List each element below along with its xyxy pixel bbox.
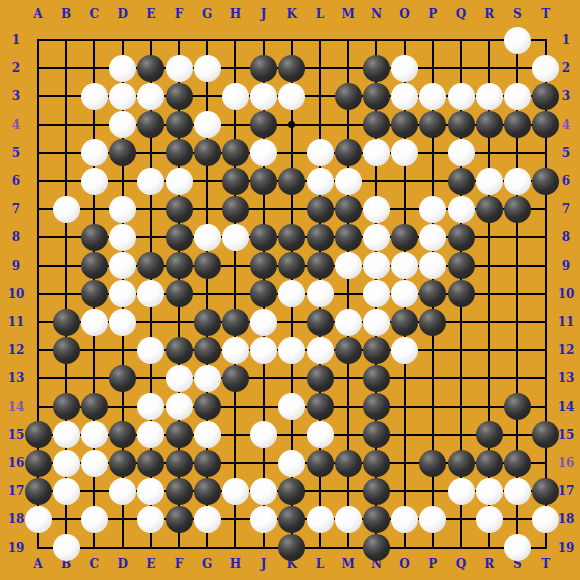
row-label-left-14: 14 — [6, 400, 26, 414]
white-stone-N8[interactable] — [363, 224, 390, 251]
white-stone-L12[interactable] — [307, 337, 334, 364]
black-stone-F15[interactable] — [166, 421, 193, 448]
row-label-right-4: 4 — [556, 118, 576, 132]
white-stone-C3[interactable] — [81, 83, 108, 110]
row-label-left-15: 15 — [6, 428, 26, 442]
black-stone-F9[interactable] — [166, 252, 193, 279]
black-stone-P4[interactable] — [419, 111, 446, 138]
black-stone-B12[interactable] — [53, 337, 80, 364]
black-stone-J8[interactable] — [250, 224, 277, 251]
row-label-left-19: 19 — [6, 541, 26, 555]
row-label-left-18: 18 — [6, 512, 26, 526]
row-label-left-13: 13 — [6, 371, 26, 385]
black-stone-D16[interactable] — [109, 450, 136, 477]
row-label-left-5: 5 — [6, 146, 26, 160]
black-stone-F10[interactable] — [166, 280, 193, 307]
white-stone-H17[interactable] — [222, 478, 249, 505]
black-stone-E16[interactable] — [137, 450, 164, 477]
black-stone-M3[interactable] — [335, 83, 362, 110]
black-stone-K18[interactable] — [278, 506, 305, 533]
white-stone-L10[interactable] — [307, 280, 334, 307]
black-stone-B11[interactable] — [53, 309, 80, 336]
black-stone-C8[interactable] — [81, 224, 108, 251]
white-stone-C16[interactable] — [81, 450, 108, 477]
col-label-top-Q: Q — [451, 7, 471, 21]
col-label-bottom-T: T — [536, 557, 556, 571]
white-stone-E15[interactable] — [137, 421, 164, 448]
white-stone-D2[interactable] — [109, 55, 136, 82]
col-label-top-B: B — [56, 7, 76, 21]
white-stone-C18[interactable] — [81, 506, 108, 533]
col-label-bottom-Q: Q — [451, 557, 471, 571]
black-stone-A16[interactable] — [25, 450, 52, 477]
white-stone-Q3[interactable] — [448, 83, 475, 110]
black-stone-S4[interactable] — [504, 111, 531, 138]
white-stone-E3[interactable] — [137, 83, 164, 110]
white-stone-S6[interactable] — [504, 168, 531, 195]
black-stone-N2[interactable] — [363, 55, 390, 82]
row-label-left-7: 7 — [6, 202, 26, 216]
row-label-right-15: 15 — [556, 428, 576, 442]
row-label-left-12: 12 — [6, 343, 26, 357]
white-stone-D7[interactable] — [109, 196, 136, 223]
black-stone-E4[interactable] — [137, 111, 164, 138]
white-stone-O9[interactable] — [391, 252, 418, 279]
white-stone-Q17[interactable] — [448, 478, 475, 505]
col-label-top-G: G — [197, 7, 217, 21]
black-stone-L11[interactable] — [307, 309, 334, 336]
row-label-left-1: 1 — [6, 33, 26, 47]
col-label-top-P: P — [423, 7, 443, 21]
black-stone-J6[interactable] — [250, 168, 277, 195]
row-label-right-12: 12 — [556, 343, 576, 357]
row-label-right-9: 9 — [556, 259, 576, 273]
black-stone-L16[interactable] — [307, 450, 334, 477]
row-label-right-7: 7 — [556, 202, 576, 216]
col-label-top-T: T — [536, 7, 556, 21]
white-stone-R18[interactable] — [476, 506, 503, 533]
black-stone-A17[interactable] — [25, 478, 52, 505]
black-stone-S7[interactable] — [504, 196, 531, 223]
black-stone-C14[interactable] — [81, 393, 108, 420]
black-stone-G14[interactable] — [194, 393, 221, 420]
black-stone-K2[interactable] — [278, 55, 305, 82]
row-label-left-11: 11 — [6, 315, 26, 329]
white-stone-M6[interactable] — [335, 168, 362, 195]
black-stone-F18[interactable] — [166, 506, 193, 533]
white-stone-J5[interactable] — [250, 139, 277, 166]
col-label-bottom-D: D — [113, 557, 133, 571]
black-stone-K8[interactable] — [278, 224, 305, 251]
black-stone-F16[interactable] — [166, 450, 193, 477]
white-stone-J3[interactable] — [250, 83, 277, 110]
black-stone-F5[interactable] — [166, 139, 193, 166]
black-stone-J10[interactable] — [250, 280, 277, 307]
col-label-bottom-R: R — [479, 557, 499, 571]
black-stone-J9[interactable] — [250, 252, 277, 279]
white-stone-H3[interactable] — [222, 83, 249, 110]
white-stone-M9[interactable] — [335, 252, 362, 279]
white-stone-E14[interactable] — [137, 393, 164, 420]
white-stone-J11[interactable] — [250, 309, 277, 336]
white-stone-D3[interactable] — [109, 83, 136, 110]
white-stone-F6[interactable] — [166, 168, 193, 195]
col-label-bottom-O: O — [395, 557, 415, 571]
black-stone-R16[interactable] — [476, 450, 503, 477]
white-stone-K12[interactable] — [278, 337, 305, 364]
black-stone-D13[interactable] — [109, 365, 136, 392]
black-stone-G5[interactable] — [194, 139, 221, 166]
white-stone-D8[interactable] — [109, 224, 136, 251]
black-stone-M12[interactable] — [335, 337, 362, 364]
white-stone-T2[interactable] — [532, 55, 559, 82]
white-stone-O2[interactable] — [391, 55, 418, 82]
white-stone-E18[interactable] — [137, 506, 164, 533]
black-stone-N13[interactable] — [363, 365, 390, 392]
row-label-left-3: 3 — [6, 89, 26, 103]
black-stone-H11[interactable] — [222, 309, 249, 336]
col-label-top-K: K — [282, 7, 302, 21]
col-label-bottom-C: C — [84, 557, 104, 571]
row-label-left-8: 8 — [6, 230, 26, 244]
col-label-bottom-A: A — [28, 557, 48, 571]
white-stone-S19[interactable] — [504, 534, 531, 561]
black-stone-S14[interactable] — [504, 393, 531, 420]
star-point-K4 — [288, 121, 295, 128]
black-stone-C9[interactable] — [81, 252, 108, 279]
white-stone-F14[interactable] — [166, 393, 193, 420]
black-stone-T15[interactable] — [532, 421, 559, 448]
black-stone-G16[interactable] — [194, 450, 221, 477]
white-stone-S17[interactable] — [504, 478, 531, 505]
col-label-top-C: C — [84, 7, 104, 21]
black-stone-P10[interactable] — [419, 280, 446, 307]
white-stone-N7[interactable] — [363, 196, 390, 223]
white-stone-G2[interactable] — [194, 55, 221, 82]
white-stone-B15[interactable] — [53, 421, 80, 448]
black-stone-F7[interactable] — [166, 196, 193, 223]
white-stone-G15[interactable] — [194, 421, 221, 448]
black-stone-R4[interactable] — [476, 111, 503, 138]
black-stone-P16[interactable] — [419, 450, 446, 477]
white-stone-J12[interactable] — [250, 337, 277, 364]
white-stone-Q5[interactable] — [448, 139, 475, 166]
black-stone-N17[interactable] — [363, 478, 390, 505]
black-stone-N18[interactable] — [363, 506, 390, 533]
row-label-right-1: 1 — [556, 33, 576, 47]
white-stone-L15[interactable] — [307, 421, 334, 448]
col-label-top-L: L — [310, 7, 330, 21]
black-stone-F12[interactable] — [166, 337, 193, 364]
col-label-top-J: J — [254, 7, 274, 21]
col-label-bottom-P: P — [423, 557, 443, 571]
white-stone-K16[interactable] — [278, 450, 305, 477]
white-stone-B16[interactable] — [53, 450, 80, 477]
black-stone-M5[interactable] — [335, 139, 362, 166]
black-stone-M16[interactable] — [335, 450, 362, 477]
white-stone-C5[interactable] — [81, 139, 108, 166]
white-stone-B7[interactable] — [53, 196, 80, 223]
black-stone-F8[interactable] — [166, 224, 193, 251]
white-stone-S3[interactable] — [504, 83, 531, 110]
row-label-left-10: 10 — [6, 287, 26, 301]
white-stone-T18[interactable] — [532, 506, 559, 533]
row-label-right-5: 5 — [556, 146, 576, 160]
col-label-top-M: M — [338, 7, 358, 21]
row-label-left-16: 16 — [6, 456, 26, 470]
white-stone-O5[interactable] — [391, 139, 418, 166]
white-stone-D10[interactable] — [109, 280, 136, 307]
white-stone-K14[interactable] — [278, 393, 305, 420]
white-stone-D17[interactable] — [109, 478, 136, 505]
black-stone-H6[interactable] — [222, 168, 249, 195]
black-stone-Q16[interactable] — [448, 450, 475, 477]
white-stone-E10[interactable] — [137, 280, 164, 307]
white-stone-O18[interactable] — [391, 506, 418, 533]
row-label-left-6: 6 — [6, 174, 26, 188]
black-stone-A15[interactable] — [25, 421, 52, 448]
black-stone-H5[interactable] — [222, 139, 249, 166]
white-stone-K3[interactable] — [278, 83, 305, 110]
black-stone-N4[interactable] — [363, 111, 390, 138]
black-stone-S16[interactable] — [504, 450, 531, 477]
black-stone-F3[interactable] — [166, 83, 193, 110]
white-stone-B19[interactable] — [53, 534, 80, 561]
black-stone-M8[interactable] — [335, 224, 362, 251]
black-stone-C10[interactable] — [81, 280, 108, 307]
white-stone-E6[interactable] — [137, 168, 164, 195]
black-stone-H13[interactable] — [222, 365, 249, 392]
col-label-bottom-G: G — [197, 557, 217, 571]
black-stone-Q10[interactable] — [448, 280, 475, 307]
black-stone-T3[interactable] — [532, 83, 559, 110]
row-label-right-14: 14 — [556, 400, 576, 414]
white-stone-Q7[interactable] — [448, 196, 475, 223]
black-stone-T6[interactable] — [532, 168, 559, 195]
col-label-top-R: R — [479, 7, 499, 21]
col-label-top-O: O — [395, 7, 415, 21]
white-stone-L5[interactable] — [307, 139, 334, 166]
black-stone-F17[interactable] — [166, 478, 193, 505]
row-label-right-13: 13 — [556, 371, 576, 385]
black-stone-G12[interactable] — [194, 337, 221, 364]
white-stone-G8[interactable] — [194, 224, 221, 251]
black-stone-F4[interactable] — [166, 111, 193, 138]
white-stone-P8[interactable] — [419, 224, 446, 251]
white-stone-H8[interactable] — [222, 224, 249, 251]
black-stone-E9[interactable] — [137, 252, 164, 279]
black-stone-G17[interactable] — [194, 478, 221, 505]
row-label-right-16: 16 — [556, 456, 576, 470]
col-label-top-A: A — [28, 7, 48, 21]
black-stone-T4[interactable] — [532, 111, 559, 138]
col-label-top-D: D — [113, 7, 133, 21]
black-stone-N16[interactable] — [363, 450, 390, 477]
black-stone-E2[interactable] — [137, 55, 164, 82]
black-stone-R7[interactable] — [476, 196, 503, 223]
white-stone-C15[interactable] — [81, 421, 108, 448]
white-stone-R17[interactable] — [476, 478, 503, 505]
white-stone-D11[interactable] — [109, 309, 136, 336]
white-stone-L18[interactable] — [307, 506, 334, 533]
black-stone-D15[interactable] — [109, 421, 136, 448]
row-label-left-2: 2 — [6, 61, 26, 75]
black-stone-T17[interactable] — [532, 478, 559, 505]
black-stone-J2[interactable] — [250, 55, 277, 82]
white-stone-L6[interactable] — [307, 168, 334, 195]
white-stone-D9[interactable] — [109, 252, 136, 279]
black-stone-D5[interactable] — [109, 139, 136, 166]
white-stone-R6[interactable] — [476, 168, 503, 195]
white-stone-N10[interactable] — [363, 280, 390, 307]
white-stone-G4[interactable] — [194, 111, 221, 138]
black-stone-L13[interactable] — [307, 365, 334, 392]
black-stone-R15[interactable] — [476, 421, 503, 448]
white-stone-P7[interactable] — [419, 196, 446, 223]
row-label-left-9: 9 — [6, 259, 26, 273]
col-label-bottom-J: J — [254, 557, 274, 571]
row-label-left-4: 4 — [6, 118, 26, 132]
black-stone-J4[interactable] — [250, 111, 277, 138]
black-stone-N15[interactable] — [363, 421, 390, 448]
white-stone-A18[interactable] — [25, 506, 52, 533]
black-stone-G9[interactable] — [194, 252, 221, 279]
white-stone-N9[interactable] — [363, 252, 390, 279]
black-stone-L8[interactable] — [307, 224, 334, 251]
col-label-bottom-F: F — [169, 557, 189, 571]
white-stone-P3[interactable] — [419, 83, 446, 110]
black-stone-N19[interactable] — [363, 534, 390, 561]
col-label-top-F: F — [169, 7, 189, 21]
white-stone-O3[interactable] — [391, 83, 418, 110]
black-stone-K9[interactable] — [278, 252, 305, 279]
col-label-top-H: H — [225, 7, 245, 21]
black-stone-Q6[interactable] — [448, 168, 475, 195]
white-stone-G13[interactable] — [194, 365, 221, 392]
white-stone-O12[interactable] — [391, 337, 418, 364]
white-stone-J17[interactable] — [250, 478, 277, 505]
col-label-bottom-M: M — [338, 557, 358, 571]
col-label-bottom-H: H — [225, 557, 245, 571]
white-stone-S1[interactable] — [504, 27, 531, 54]
col-label-top-S: S — [507, 7, 527, 21]
row-label-right-8: 8 — [556, 230, 576, 244]
row-label-left-17: 17 — [6, 484, 26, 498]
col-label-bottom-L: L — [310, 557, 330, 571]
black-stone-Q9[interactable] — [448, 252, 475, 279]
white-stone-J15[interactable] — [250, 421, 277, 448]
col-label-top-E: E — [141, 7, 161, 21]
black-stone-B14[interactable] — [53, 393, 80, 420]
black-stone-N12[interactable] — [363, 337, 390, 364]
col-label-top-N: N — [366, 7, 386, 21]
white-stone-F13[interactable] — [166, 365, 193, 392]
black-stone-N14[interactable] — [363, 393, 390, 420]
white-stone-C11[interactable] — [81, 309, 108, 336]
white-stone-P9[interactable] — [419, 252, 446, 279]
black-stone-O11[interactable] — [391, 309, 418, 336]
black-stone-O8[interactable] — [391, 224, 418, 251]
black-stone-H7[interactable] — [222, 196, 249, 223]
white-stone-R3[interactable] — [476, 83, 503, 110]
white-stone-B17[interactable] — [53, 478, 80, 505]
white-stone-N5[interactable] — [363, 139, 390, 166]
black-stone-L14[interactable] — [307, 393, 334, 420]
go-board-screenshot: AABBCCDDEEFFGGHHJJKKLLMMNNOOPPQQRRSSTT11… — [0, 0, 580, 580]
black-stone-L7[interactable] — [307, 196, 334, 223]
col-label-bottom-E: E — [141, 557, 161, 571]
black-stone-K6[interactable] — [278, 168, 305, 195]
white-stone-P18[interactable] — [419, 506, 446, 533]
black-stone-M7[interactable] — [335, 196, 362, 223]
white-stone-D4[interactable] — [109, 111, 136, 138]
white-stone-J18[interactable] — [250, 506, 277, 533]
white-stone-N11[interactable] — [363, 309, 390, 336]
white-stone-G18[interactable] — [194, 506, 221, 533]
white-stone-F2[interactable] — [166, 55, 193, 82]
row-label-right-11: 11 — [556, 315, 576, 329]
black-stone-G11[interactable] — [194, 309, 221, 336]
white-stone-C6[interactable] — [81, 168, 108, 195]
row-label-right-10: 10 — [556, 287, 576, 301]
white-stone-M11[interactable] — [335, 309, 362, 336]
white-stone-H12[interactable] — [222, 337, 249, 364]
black-stone-Q8[interactable] — [448, 224, 475, 251]
black-stone-O4[interactable] — [391, 111, 418, 138]
black-stone-K17[interactable] — [278, 478, 305, 505]
white-stone-M18[interactable] — [335, 506, 362, 533]
white-stone-E17[interactable] — [137, 478, 164, 505]
white-stone-K10[interactable] — [278, 280, 305, 307]
black-stone-Q4[interactable] — [448, 111, 475, 138]
row-label-right-19: 19 — [556, 541, 576, 555]
white-stone-O10[interactable] — [391, 280, 418, 307]
black-stone-N3[interactable] — [363, 83, 390, 110]
white-stone-E12[interactable] — [137, 337, 164, 364]
black-stone-L9[interactable] — [307, 252, 334, 279]
black-stone-P11[interactable] — [419, 309, 446, 336]
